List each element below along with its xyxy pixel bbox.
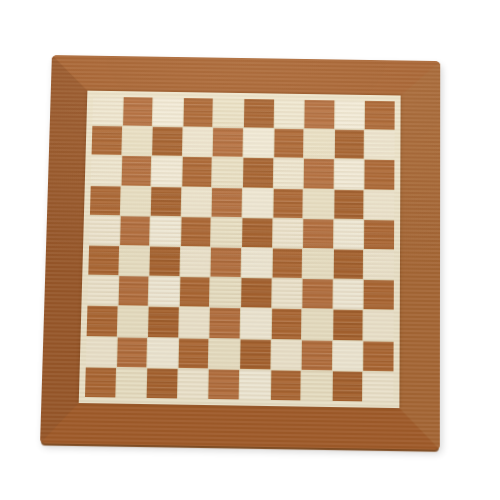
square-r1c1[interactable] xyxy=(92,97,122,126)
square-r6c3[interactable] xyxy=(150,247,180,277)
square-r1c10[interactable] xyxy=(365,101,394,130)
square-r6c8[interactable] xyxy=(303,249,333,279)
square-r2c5[interactable] xyxy=(213,128,243,157)
square-r2c8[interactable] xyxy=(304,129,334,158)
square-r9c5[interactable] xyxy=(209,339,239,369)
square-r8c1[interactable] xyxy=(87,306,118,336)
square-r3c6[interactable] xyxy=(243,158,273,187)
square-r10c2[interactable] xyxy=(116,368,147,398)
square-r7c6[interactable] xyxy=(241,278,271,308)
square-r3c10[interactable] xyxy=(365,160,395,189)
square-r3c5[interactable] xyxy=(213,158,243,187)
square-r10c6[interactable] xyxy=(240,370,270,400)
square-r2c6[interactable] xyxy=(243,128,273,157)
square-r4c10[interactable] xyxy=(365,190,395,219)
square-r10c10[interactable] xyxy=(363,372,393,402)
square-r7c5[interactable] xyxy=(210,278,240,308)
square-r4c4[interactable] xyxy=(181,187,211,216)
square-r1c9[interactable] xyxy=(335,100,365,129)
square-r2c7[interactable] xyxy=(274,129,304,158)
square-r10c1[interactable] xyxy=(85,367,116,397)
board-frame xyxy=(40,55,440,450)
square-r7c2[interactable] xyxy=(118,276,148,306)
square-r6c5[interactable] xyxy=(211,248,241,278)
square-r7c1[interactable] xyxy=(87,276,117,306)
square-r1c4[interactable] xyxy=(183,98,213,127)
square-r8c7[interactable] xyxy=(271,309,301,339)
square-r10c4[interactable] xyxy=(178,369,208,399)
square-r8c8[interactable] xyxy=(302,310,332,340)
square-r1c5[interactable] xyxy=(214,98,244,127)
square-r4c5[interactable] xyxy=(212,187,242,216)
square-r2c3[interactable] xyxy=(152,127,182,156)
square-r9c4[interactable] xyxy=(178,338,208,368)
square-r9c6[interactable] xyxy=(240,339,270,369)
square-r10c9[interactable] xyxy=(332,371,362,401)
square-r1c6[interactable] xyxy=(244,99,274,128)
square-r3c8[interactable] xyxy=(304,159,334,188)
square-r3c3[interactable] xyxy=(152,157,182,186)
square-r5c9[interactable] xyxy=(334,219,364,249)
square-r6c1[interactable] xyxy=(88,246,118,276)
square-r8c2[interactable] xyxy=(117,307,147,337)
square-r9c1[interactable] xyxy=(86,337,117,367)
square-r4c6[interactable] xyxy=(243,188,273,217)
square-r4c1[interactable] xyxy=(90,186,120,215)
square-r4c9[interactable] xyxy=(334,189,364,218)
square-r7c3[interactable] xyxy=(149,277,179,307)
square-r2c2[interactable] xyxy=(122,127,152,156)
square-r5c2[interactable] xyxy=(120,216,150,246)
square-r5c6[interactable] xyxy=(242,218,272,248)
square-r9c10[interactable] xyxy=(364,341,394,371)
square-r3c1[interactable] xyxy=(91,156,121,185)
square-r5c3[interactable] xyxy=(150,216,180,246)
square-r8c4[interactable] xyxy=(179,308,209,338)
square-r6c10[interactable] xyxy=(364,250,394,280)
square-r7c9[interactable] xyxy=(333,280,363,310)
draughts-board xyxy=(40,55,440,450)
square-r5c4[interactable] xyxy=(181,217,211,247)
square-r5c10[interactable] xyxy=(364,220,394,250)
square-r10c8[interactable] xyxy=(302,371,332,401)
square-r7c7[interactable] xyxy=(272,279,302,309)
square-r6c4[interactable] xyxy=(180,247,210,277)
square-r3c9[interactable] xyxy=(334,160,364,189)
square-r10c7[interactable] xyxy=(271,370,301,400)
square-r10c5[interactable] xyxy=(209,369,239,399)
square-r7c10[interactable] xyxy=(364,280,394,310)
square-r4c8[interactable] xyxy=(304,189,334,218)
square-r8c6[interactable] xyxy=(241,309,271,339)
square-r1c8[interactable] xyxy=(305,100,335,129)
square-r8c5[interactable] xyxy=(210,308,240,338)
square-r1c2[interactable] xyxy=(123,97,153,126)
square-r10c3[interactable] xyxy=(147,368,178,398)
square-r6c9[interactable] xyxy=(334,249,364,279)
square-r7c8[interactable] xyxy=(303,279,333,309)
square-r8c3[interactable] xyxy=(148,307,178,337)
square-r1c7[interactable] xyxy=(274,99,304,128)
square-r9c2[interactable] xyxy=(117,337,148,367)
square-r8c10[interactable] xyxy=(364,310,394,340)
square-r5c7[interactable] xyxy=(273,218,303,248)
square-r4c3[interactable] xyxy=(151,187,181,216)
square-r5c8[interactable] xyxy=(303,219,333,249)
board-grid xyxy=(85,97,395,402)
square-r5c5[interactable] xyxy=(211,217,241,247)
square-r5c1[interactable] xyxy=(89,216,119,246)
square-r1c3[interactable] xyxy=(153,98,183,127)
square-r2c1[interactable] xyxy=(92,126,122,155)
square-r9c8[interactable] xyxy=(302,340,332,370)
square-r4c2[interactable] xyxy=(120,186,150,215)
square-r2c10[interactable] xyxy=(365,130,395,159)
square-r3c4[interactable] xyxy=(182,157,212,186)
square-r3c2[interactable] xyxy=(121,156,151,185)
square-r4c7[interactable] xyxy=(273,188,303,217)
square-r9c7[interactable] xyxy=(271,340,301,370)
square-r6c2[interactable] xyxy=(119,246,149,276)
square-r9c3[interactable] xyxy=(148,338,178,368)
square-r2c9[interactable] xyxy=(335,130,365,159)
square-r2c4[interactable] xyxy=(183,128,213,157)
square-r8c9[interactable] xyxy=(333,310,363,340)
square-r7c4[interactable] xyxy=(180,277,210,307)
square-r6c6[interactable] xyxy=(242,248,272,278)
square-r6c7[interactable] xyxy=(272,248,302,278)
photo-background xyxy=(0,0,500,500)
square-r9c9[interactable] xyxy=(333,341,363,371)
board-margin xyxy=(79,91,401,408)
square-r3c7[interactable] xyxy=(273,159,303,188)
